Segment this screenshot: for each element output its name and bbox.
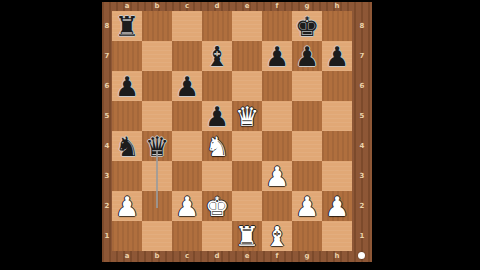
square-a2[interactable]: ♟ <box>112 191 142 221</box>
piece-white-king[interactable]: ♚ <box>202 191 232 221</box>
piece-black-knight[interactable]: ♞ <box>112 131 142 161</box>
square-a8[interactable]: ♜ <box>112 11 142 41</box>
square-e7[interactable] <box>232 41 262 71</box>
square-d5[interactable]: ♟ <box>202 101 232 131</box>
piece-white-queen[interactable]: ♛ <box>232 101 262 131</box>
square-d2[interactable]: ♚ <box>202 191 232 221</box>
square-e5[interactable]: ♛ <box>232 101 262 131</box>
file-labels-bottom: abcdefgh <box>112 251 352 262</box>
square-g7[interactable]: ♟ <box>292 41 322 71</box>
square-e4[interactable] <box>232 131 262 161</box>
square-e3[interactable] <box>232 161 262 191</box>
rank-label-right-5: 5 <box>352 101 372 131</box>
square-a1[interactable] <box>112 221 142 251</box>
rank-labels-left: 87654321 <box>102 11 112 251</box>
rank-label-left-7: 7 <box>102 41 112 71</box>
square-h6[interactable] <box>322 71 352 101</box>
square-g6[interactable] <box>292 71 322 101</box>
rank-label-left-4: 4 <box>102 131 112 161</box>
file-label-top-f: f <box>262 2 292 11</box>
piece-black-pawn[interactable]: ♟ <box>292 41 322 71</box>
rank-label-right-1: 1 <box>352 221 372 251</box>
piece-white-knight[interactable]: ♞ <box>202 131 232 161</box>
file-label-bottom-f: f <box>262 251 292 262</box>
square-d3[interactable] <box>202 161 232 191</box>
piece-black-pawn[interactable]: ♟ <box>172 71 202 101</box>
rank-label-right-8: 8 <box>352 11 372 41</box>
file-label-top-d: d <box>202 2 232 11</box>
square-c1[interactable] <box>172 221 202 251</box>
file-label-bottom-h: h <box>322 251 352 262</box>
square-d6[interactable] <box>202 71 232 101</box>
rank-label-left-5: 5 <box>102 101 112 131</box>
square-h1[interactable] <box>322 221 352 251</box>
file-label-top-e: e <box>232 2 262 11</box>
square-h8[interactable] <box>322 11 352 41</box>
square-f4[interactable] <box>262 131 292 161</box>
square-g4[interactable] <box>292 131 322 161</box>
piece-white-pawn[interactable]: ♟ <box>112 191 142 221</box>
piece-black-pawn[interactable]: ♟ <box>262 41 292 71</box>
square-a7[interactable] <box>112 41 142 71</box>
square-a6[interactable]: ♟ <box>112 71 142 101</box>
square-g1[interactable] <box>292 221 322 251</box>
file-label-top-b: b <box>142 2 172 11</box>
square-f8[interactable] <box>262 11 292 41</box>
file-label-bottom-e: e <box>232 251 262 262</box>
square-g3[interactable] <box>292 161 322 191</box>
square-e6[interactable] <box>232 71 262 101</box>
square-d1[interactable] <box>202 221 232 251</box>
file-label-bottom-g: g <box>292 251 322 262</box>
file-label-top-c: c <box>172 2 202 11</box>
piece-white-rook[interactable]: ♜ <box>232 221 262 251</box>
rank-label-left-3: 3 <box>102 161 112 191</box>
piece-black-bishop[interactable]: ♝ <box>202 41 232 71</box>
white-to-move-indicator-dot <box>358 252 365 259</box>
piece-black-pawn[interactable]: ♟ <box>202 101 232 131</box>
square-c7[interactable] <box>172 41 202 71</box>
piece-white-bishop[interactable]: ♝ <box>262 221 292 251</box>
file-label-top-a: a <box>112 2 142 11</box>
square-a4[interactable]: ♞ <box>112 131 142 161</box>
chess-board-frame: abcdefgh abcdefgh 87654321 87654321 ♜♚♝♟… <box>102 2 372 262</box>
square-c2[interactable]: ♟ <box>172 191 202 221</box>
square-h7[interactable]: ♟ <box>322 41 352 71</box>
piece-black-pawn[interactable]: ♟ <box>112 71 142 101</box>
square-g8[interactable]: ♚ <box>292 11 322 41</box>
square-d8[interactable] <box>202 11 232 41</box>
square-b5[interactable] <box>142 101 172 131</box>
piece-white-pawn[interactable]: ♟ <box>322 191 352 221</box>
square-e8[interactable] <box>232 11 262 41</box>
rank-label-right-4: 4 <box>352 131 372 161</box>
square-b1[interactable] <box>142 221 172 251</box>
chess-app-background: { "game": "chess", "position": { "fen": … <box>0 0 480 270</box>
square-f2[interactable] <box>262 191 292 221</box>
file-label-bottom-c: c <box>172 251 202 262</box>
square-g2[interactable]: ♟ <box>292 191 322 221</box>
square-d4[interactable]: ♞ <box>202 131 232 161</box>
piece-white-pawn[interactable]: ♟ <box>172 191 202 221</box>
square-h3[interactable] <box>322 161 352 191</box>
square-a5[interactable] <box>112 101 142 131</box>
square-h4[interactable] <box>322 131 352 161</box>
square-b6[interactable] <box>142 71 172 101</box>
square-c4[interactable] <box>172 131 202 161</box>
rank-label-left-1: 1 <box>102 221 112 251</box>
square-f1[interactable]: ♝ <box>262 221 292 251</box>
square-a3[interactable] <box>112 161 142 191</box>
square-b7[interactable] <box>142 41 172 71</box>
piece-white-pawn[interactable]: ♟ <box>292 191 322 221</box>
chess-board: ♜♚♝♟♟♟♟♟♟♛♞♛♞♟♟♟♚♟♟♜♝ <box>112 11 352 251</box>
square-f5[interactable] <box>262 101 292 131</box>
file-label-bottom-b: b <box>142 251 172 262</box>
rank-label-left-6: 6 <box>102 71 112 101</box>
piece-black-king[interactable]: ♚ <box>292 11 322 41</box>
square-f3[interactable]: ♟ <box>262 161 292 191</box>
piece-black-pawn[interactable]: ♟ <box>322 41 352 71</box>
square-e2[interactable] <box>232 191 262 221</box>
square-f6[interactable] <box>262 71 292 101</box>
square-h5[interactable] <box>322 101 352 131</box>
square-g5[interactable] <box>292 101 322 131</box>
rank-label-right-6: 6 <box>352 71 372 101</box>
rank-label-left-8: 8 <box>102 11 112 41</box>
rank-label-right-2: 2 <box>352 191 372 221</box>
square-b8[interactable] <box>142 11 172 41</box>
square-f7[interactable]: ♟ <box>262 41 292 71</box>
file-label-bottom-d: d <box>202 251 232 262</box>
piece-white-pawn[interactable]: ♟ <box>262 161 292 191</box>
square-c5[interactable] <box>172 101 202 131</box>
square-c8[interactable] <box>172 11 202 41</box>
file-label-bottom-a: a <box>112 251 142 262</box>
rank-labels-right: 87654321 <box>352 11 372 251</box>
square-d7[interactable]: ♝ <box>202 41 232 71</box>
file-label-top-g: g <box>292 2 322 11</box>
square-c6[interactable]: ♟ <box>172 71 202 101</box>
rank-label-right-3: 3 <box>352 161 372 191</box>
annotation-line-b4-b2 <box>156 150 158 208</box>
square-h2[interactable]: ♟ <box>322 191 352 221</box>
file-labels-top: abcdefgh <box>112 2 352 11</box>
piece-black-rook[interactable]: ♜ <box>112 11 142 41</box>
square-e1[interactable]: ♜ <box>232 221 262 251</box>
square-c3[interactable] <box>172 161 202 191</box>
rank-label-left-2: 2 <box>102 191 112 221</box>
rank-label-right-7: 7 <box>352 41 372 71</box>
file-label-top-h: h <box>322 2 352 11</box>
